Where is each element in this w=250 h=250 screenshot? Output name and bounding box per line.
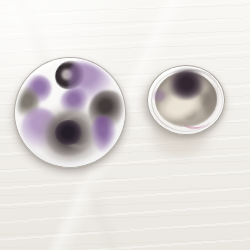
dish-purple-smudge (153, 87, 166, 104)
ink-blob-left-gray (14, 85, 41, 120)
ink-blob-right-dark (84, 86, 126, 133)
large-plate (14, 57, 126, 168)
dish-right-mottle (199, 83, 221, 119)
painted-wall-background (0, 0, 250, 250)
ink-blob-top-swirl (52, 58, 87, 92)
ink-wash-bottomleft-purple (18, 106, 61, 154)
ink-wash-top-purple (68, 59, 112, 101)
ink-blob-left-purple (20, 72, 54, 107)
ink-bloom-core (55, 120, 82, 145)
small-dish (147, 65, 225, 135)
ink-bloom-halo (34, 100, 106, 168)
ink-blob-mid-purple (58, 86, 89, 117)
dish-cream-highlight (154, 85, 207, 127)
dish-ink-tendril (171, 66, 220, 106)
ink-bloom-mid (41, 106, 98, 160)
ink-bloom-ring-highlight (56, 109, 103, 153)
dish-ink-blob-dark (167, 66, 206, 102)
dish-inner-rim (151, 69, 223, 132)
dish-well (155, 72, 217, 127)
dish-pink-arc (183, 115, 210, 131)
ink-streak-right-purple (89, 115, 118, 154)
dish-well-mottling (157, 76, 215, 124)
